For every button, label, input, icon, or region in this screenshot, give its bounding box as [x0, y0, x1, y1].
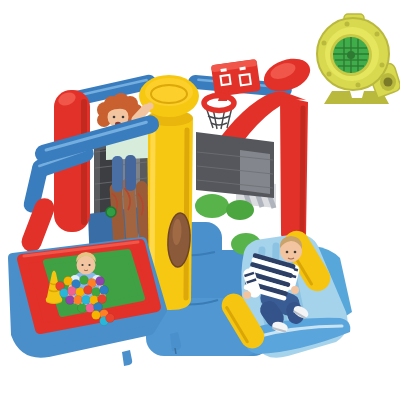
mesh-panel-right [196, 132, 274, 198]
play-ball [66, 296, 75, 305]
play-ball [78, 304, 87, 313]
play-ball [76, 288, 85, 297]
brand-logo-dot [106, 207, 116, 217]
play-ball [74, 296, 83, 305]
play-ball [96, 277, 105, 286]
blower-hub [347, 51, 355, 59]
blower-outlet-hole [384, 78, 393, 87]
ball-pit [13, 242, 162, 353]
play-ball [68, 287, 77, 296]
play-ball [100, 286, 109, 295]
product-photo-bounce-house[interactable] [0, 0, 400, 400]
play-ball [82, 296, 91, 305]
scoreboard [211, 59, 261, 97]
play-ball [98, 295, 107, 304]
play-ball [92, 311, 101, 320]
play-ball [84, 286, 93, 295]
play-ball [106, 314, 115, 323]
play-ball [64, 277, 73, 286]
play-ball [80, 276, 89, 285]
girl-jeans [112, 156, 123, 192]
